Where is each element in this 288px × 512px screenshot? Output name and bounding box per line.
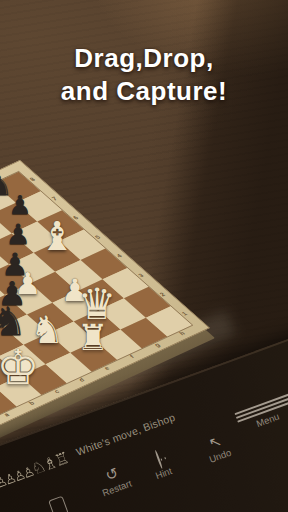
app-screen: Drag,Drop, and Capture! abcdefgh 1234567… [0,0,288,512]
piece-black-knight-c3[interactable]: ♞ [0,301,27,341]
piece-black-pawn-f6[interactable]: ♟ [5,221,30,249]
menu-button[interactable]: Menu [234,392,288,435]
undo-button[interactable]: ↖ Undo [185,425,249,471]
piece-white-rook-e1[interactable]: ♜ [77,320,109,356]
piece-white-bishop-g5[interactable]: ♝ [39,216,75,256]
hint-button[interactable]: Hint [129,442,193,488]
promo-title-line2: and Capture! [0,75,288,108]
captured-pieces-tray: ♙♙♙♙♙♘♗♖ [0,448,70,496]
promo-title-line1: Drag,Drop, [0,42,288,75]
piece-black-pawn-g7[interactable]: ♟ [8,192,31,218]
piece-white-pawn-e4[interactable]: ♟ [15,269,42,299]
piece-white-king-b1[interactable]: ♚ [0,343,40,391]
promo-title: Drag,Drop, and Capture! [0,42,288,108]
rotate-device-icon[interactable] [48,496,69,512]
